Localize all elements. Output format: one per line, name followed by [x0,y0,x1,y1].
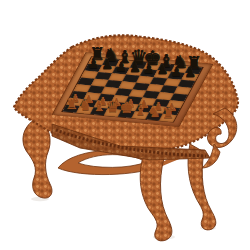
carved-table [0,0,250,250]
product-photo-carved-chess-table: ♜♞♝♛♚♝♞♜♟♟♟♟♟♟♟♟♟♟♟♟♟♟♟♟♜♞♝♛♚♝♞♜ [0,0,250,250]
left-leg [23,120,52,198]
square-h1 [159,114,177,122]
chess-board [62,57,202,122]
floor-shadows [31,197,216,240]
